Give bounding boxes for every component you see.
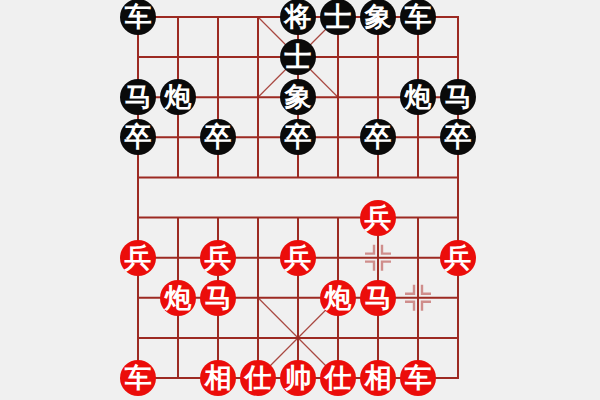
piece-black-elephant[interactable]: 象 <box>360 0 396 35</box>
piece-red-horse[interactable]: 马 <box>200 280 236 316</box>
piece-black-soldier[interactable]: 卒 <box>440 119 476 155</box>
piece-black-cannon[interactable]: 炮 <box>160 79 196 115</box>
piece-black-general[interactable]: 将 <box>280 0 316 35</box>
point-marker <box>405 302 414 311</box>
xiangqi-board[interactable]: 车将士象车士马炮象炮马卒卒卒卒卒兵兵兵兵兵炮马炮马车相仕帅仕相车 <box>0 0 600 400</box>
piece-black-chariot[interactable]: 车 <box>120 0 156 35</box>
piece-red-advisor[interactable]: 仕 <box>320 360 356 396</box>
piece-black-horse[interactable]: 马 <box>120 79 156 115</box>
point-marker <box>365 245 374 254</box>
point-marker <box>405 285 414 294</box>
piece-red-advisor[interactable]: 仕 <box>240 360 276 396</box>
piece-red-soldier[interactable]: 兵 <box>120 240 156 276</box>
piece-black-horse[interactable]: 马 <box>440 79 476 115</box>
piece-red-chariot[interactable]: 车 <box>120 360 156 396</box>
piece-black-soldier[interactable]: 卒 <box>120 119 156 155</box>
piece-red-cannon[interactable]: 炮 <box>160 280 196 316</box>
piece-black-advisor[interactable]: 士 <box>280 39 316 75</box>
piece-black-soldier[interactable]: 卒 <box>360 119 396 155</box>
piece-black-chariot[interactable]: 车 <box>400 0 436 35</box>
piece-black-soldier[interactable]: 卒 <box>200 119 236 155</box>
point-marker <box>382 262 391 271</box>
piece-red-elephant[interactable]: 相 <box>360 360 396 396</box>
piece-red-soldier[interactable]: 兵 <box>200 240 236 276</box>
piece-black-advisor[interactable]: 士 <box>320 0 356 35</box>
point-marker <box>422 302 431 311</box>
piece-red-cannon[interactable]: 炮 <box>320 280 356 316</box>
piece-red-horse[interactable]: 马 <box>360 280 396 316</box>
piece-black-elephant[interactable]: 象 <box>280 79 316 115</box>
point-marker <box>365 262 374 271</box>
piece-black-soldier[interactable]: 卒 <box>280 119 316 155</box>
piece-red-soldier[interactable]: 兵 <box>280 240 316 276</box>
piece-red-soldier[interactable]: 兵 <box>360 200 396 236</box>
piece-red-soldier[interactable]: 兵 <box>440 240 476 276</box>
piece-black-cannon[interactable]: 炮 <box>400 79 436 115</box>
piece-red-general[interactable]: 帅 <box>280 360 316 396</box>
piece-red-elephant[interactable]: 相 <box>200 360 236 396</box>
piece-red-chariot[interactable]: 车 <box>400 360 436 396</box>
point-marker <box>422 285 431 294</box>
point-marker <box>382 245 391 254</box>
